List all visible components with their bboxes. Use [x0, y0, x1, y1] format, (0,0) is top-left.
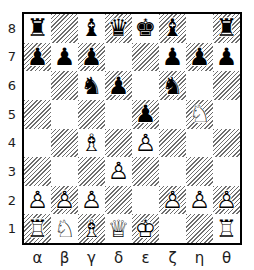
file-labels: αβγδεζηθ [24, 248, 240, 268]
piece-white-rook: ♜♖ [24, 214, 51, 243]
square-b6[interactable] [51, 71, 78, 100]
piece-white-pawn: ♟♙ [51, 186, 78, 215]
square-g3[interactable] [186, 157, 213, 186]
piece-white-queen: ♛♕ [105, 214, 132, 243]
file-label-g: η [186, 248, 213, 268]
file-label-h: θ [213, 248, 240, 268]
square-b3[interactable] [51, 157, 78, 186]
square-g7[interactable]: ♟ [186, 43, 213, 72]
rank-label-1: 1 [0, 214, 20, 243]
square-c6[interactable]: ♞ [78, 71, 105, 100]
square-a5[interactable] [24, 100, 51, 129]
square-d5[interactable] [105, 100, 132, 129]
chess-board: ♜♝♛♚♝♜♟♟♟♟♟♟♞♟♞♟♞♘♝♗♟♙♟♙♟♙♟♙♟♙♟♙♟♙♟♙♜♖♞♘… [24, 14, 240, 243]
piece-black-pawn: ♟ [159, 43, 186, 72]
square-f4[interactable] [159, 129, 186, 158]
piece-white-knight: ♞♘ [186, 100, 213, 129]
square-h5[interactable] [213, 100, 240, 129]
rank-label-6: 6 [0, 71, 20, 100]
piece-white-pawn: ♟♙ [78, 186, 105, 215]
piece-white-bishop: ♝♗ [78, 214, 105, 243]
rank-label-7: 7 [0, 43, 20, 72]
square-h4[interactable] [213, 129, 240, 158]
rank-labels: 87654321 [0, 14, 20, 243]
piece-white-pawn: ♟♙ [24, 186, 51, 215]
square-h6[interactable] [213, 71, 240, 100]
piece-white-pawn: ♟♙ [159, 186, 186, 215]
square-c4[interactable]: ♝♗ [78, 129, 105, 158]
rank-label-5: 5 [0, 100, 20, 129]
chess-diagram: 87654321 ♜♝♛♚♝♜♟♟♟♟♟♟♞♟♞♟♞♘♝♗♟♙♟♙♟♙♟♙♟♙♟… [0, 0, 254, 270]
square-e3[interactable] [132, 157, 159, 186]
square-d6[interactable]: ♟ [105, 71, 132, 100]
square-e4[interactable]: ♟♙ [132, 129, 159, 158]
piece-black-pawn: ♟ [186, 43, 213, 72]
square-b1[interactable]: ♞♘ [51, 214, 78, 243]
square-c5[interactable] [78, 100, 105, 129]
square-h8[interactable]: ♜ [213, 14, 240, 43]
square-c8[interactable]: ♝ [78, 14, 105, 43]
square-f6[interactable]: ♞ [159, 71, 186, 100]
piece-white-rook: ♜♖ [213, 214, 240, 243]
square-a3[interactable] [24, 157, 51, 186]
rank-label-4: 4 [0, 129, 20, 158]
square-f7[interactable]: ♟ [159, 43, 186, 72]
piece-black-pawn: ♟ [105, 71, 132, 100]
square-d4[interactable] [105, 129, 132, 158]
piece-black-bishop: ♝ [159, 14, 186, 43]
square-g1[interactable] [186, 214, 213, 243]
square-b4[interactable] [51, 129, 78, 158]
square-d1[interactable]: ♛♕ [105, 214, 132, 243]
piece-black-rook: ♜ [24, 14, 51, 43]
file-label-f: ζ [159, 248, 186, 268]
file-label-e: ε [132, 248, 159, 268]
square-a8[interactable]: ♜ [24, 14, 51, 43]
square-g6[interactable] [186, 71, 213, 100]
square-g2[interactable]: ♟♙ [186, 186, 213, 215]
square-c7[interactable]: ♟ [78, 43, 105, 72]
square-d8[interactable]: ♛ [105, 14, 132, 43]
square-c1[interactable]: ♝♗ [78, 214, 105, 243]
square-h7[interactable]: ♟ [213, 43, 240, 72]
file-label-a: α [24, 248, 51, 268]
square-e2[interactable] [132, 186, 159, 215]
square-a7[interactable]: ♟ [24, 43, 51, 72]
piece-black-pawn: ♟ [51, 43, 78, 72]
square-d3[interactable]: ♟♙ [105, 157, 132, 186]
piece-black-pawn: ♟ [132, 100, 159, 129]
square-h2[interactable]: ♟♙ [213, 186, 240, 215]
square-g8[interactable] [186, 14, 213, 43]
piece-white-pawn: ♟♙ [105, 157, 132, 186]
square-h1[interactable]: ♜♖ [213, 214, 240, 243]
piece-black-knight: ♞ [78, 71, 105, 100]
square-d2[interactable] [105, 186, 132, 215]
piece-black-knight: ♞ [159, 71, 186, 100]
file-label-c: γ [78, 248, 105, 268]
square-f3[interactable] [159, 157, 186, 186]
square-a6[interactable] [24, 71, 51, 100]
file-label-d: δ [105, 248, 132, 268]
square-b7[interactable]: ♟ [51, 43, 78, 72]
piece-black-rook: ♜ [213, 14, 240, 43]
piece-black-pawn: ♟ [78, 43, 105, 72]
square-b8[interactable] [51, 14, 78, 43]
square-e5[interactable]: ♟ [132, 100, 159, 129]
square-e8[interactable]: ♚ [132, 14, 159, 43]
piece-white-pawn: ♟♙ [186, 186, 213, 215]
rank-label-3: 3 [0, 157, 20, 186]
square-h3[interactable] [213, 157, 240, 186]
piece-black-pawn: ♟ [213, 43, 240, 72]
square-a2[interactable]: ♟♙ [24, 186, 51, 215]
piece-white-knight: ♞♘ [51, 214, 78, 243]
square-f5[interactable] [159, 100, 186, 129]
piece-white-pawn: ♟♙ [132, 129, 159, 158]
square-e6[interactable] [132, 71, 159, 100]
piece-black-queen: ♛ [105, 14, 132, 43]
square-b5[interactable] [51, 100, 78, 129]
square-f8[interactable]: ♝ [159, 14, 186, 43]
piece-white-bishop: ♝♗ [78, 129, 105, 158]
piece-white-pawn: ♟♙ [213, 186, 240, 215]
square-f2[interactable]: ♟♙ [159, 186, 186, 215]
square-e7[interactable] [132, 43, 159, 72]
square-c3[interactable] [78, 157, 105, 186]
file-label-b: β [51, 248, 78, 268]
square-g4[interactable] [186, 129, 213, 158]
piece-black-bishop: ♝ [78, 14, 105, 43]
square-f1[interactable] [159, 214, 186, 243]
square-a4[interactable] [24, 129, 51, 158]
square-d7[interactable] [105, 43, 132, 72]
square-e1[interactable]: ♚♔ [132, 214, 159, 243]
board-frame: ♜♝♛♚♝♜♟♟♟♟♟♟♞♟♞♟♞♘♝♗♟♙♟♙♟♙♟♙♟♙♟♙♟♙♟♙♜♖♞♘… [22, 12, 242, 245]
piece-white-king: ♚♔ [132, 214, 159, 243]
square-b2[interactable]: ♟♙ [51, 186, 78, 215]
rank-label-8: 8 [0, 14, 20, 43]
piece-black-pawn: ♟ [24, 43, 51, 72]
square-g5[interactable]: ♞♘ [186, 100, 213, 129]
square-c2[interactable]: ♟♙ [78, 186, 105, 215]
piece-black-king: ♚ [132, 14, 159, 43]
rank-label-2: 2 [0, 186, 20, 215]
square-a1[interactable]: ♜♖ [24, 214, 51, 243]
